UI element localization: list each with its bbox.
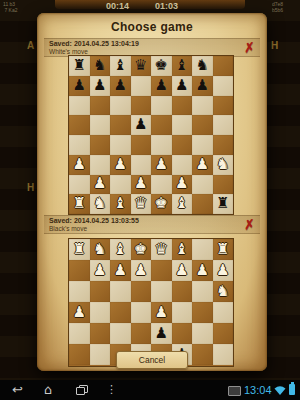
chess-piece: ♟: [172, 78, 193, 93]
board-cell: [131, 76, 152, 96]
board-cell: [110, 323, 131, 344]
board-cell: ♞: [90, 56, 111, 76]
board-cell: ♟: [151, 155, 172, 175]
background-letter-left-top: A: [27, 40, 34, 51]
board-cell: ♚: [131, 239, 152, 260]
menu-overflow-icon[interactable]: ⋮: [106, 383, 117, 397]
board-cell: [192, 344, 213, 365]
board-cell: [213, 302, 234, 323]
board-cell: ♟: [151, 302, 172, 323]
board-cell: [172, 135, 193, 155]
board-cell: [90, 115, 111, 135]
chess-piece: ♜: [69, 241, 90, 256]
background-movelist-right: d7e8 b5b6: [272, 1, 283, 13]
board-cell: ♝: [172, 56, 193, 76]
board-cell: ♟: [69, 155, 90, 175]
board-cell: ♞: [213, 155, 234, 175]
board-cell: [213, 76, 234, 96]
app-screen: 11 b3 7 Ka2 d7e8 b5b6 00:14 01:03 A H H …: [0, 0, 300, 400]
board-cell: ♞: [90, 239, 111, 260]
chess-piece: ♟: [110, 157, 131, 172]
chess-piece: ♟: [69, 78, 90, 93]
board-cell: ♟: [69, 302, 90, 323]
chess-piece: ♟: [192, 157, 213, 172]
background-clock-black: 01:03: [155, 1, 178, 11]
chess-piece: ♝: [110, 196, 131, 211]
chess-board-2[interactable]: ♜♞♝♚♛♝♜♟♟♟♟♟♟♞♟♟♟♟: [68, 238, 234, 367]
battery-icon: [289, 384, 295, 395]
chess-piece: ♟: [90, 78, 111, 93]
board-cell: [90, 281, 111, 302]
board-cell: [172, 115, 193, 135]
chess-piece: ♟: [69, 304, 90, 319]
board-cell: [151, 115, 172, 135]
board-cell: ♟: [192, 76, 213, 96]
board-cell: ♜: [213, 239, 234, 260]
board-cell: [69, 115, 90, 135]
board-cell: [172, 96, 193, 116]
board-cell: [151, 281, 172, 302]
board-cell: ♟: [131, 260, 152, 281]
chess-piece: ♜: [69, 58, 90, 73]
chess-piece: ♟: [69, 157, 90, 172]
chess-piece: ♝: [172, 196, 193, 211]
delete-save-1-icon[interactable]: ✗: [243, 40, 255, 54]
chess-piece: ♞: [213, 157, 234, 172]
board-cell: [213, 344, 234, 365]
board-cell: ♝: [110, 56, 131, 76]
board-cell: [151, 135, 172, 155]
board-cell: [90, 135, 111, 155]
board-cell: ♟: [90, 175, 111, 195]
chess-piece: ♜: [213, 241, 234, 256]
chess-piece: ♟: [151, 157, 172, 172]
board-cell: [172, 155, 193, 175]
board-cell: ♚: [151, 56, 172, 76]
chess-piece: ♟: [151, 325, 172, 340]
board-cell: [110, 96, 131, 116]
board-cell: ♝: [172, 239, 193, 260]
wifi-icon: [274, 385, 286, 395]
chess-piece: ♛: [131, 196, 152, 211]
chess-piece: ♟: [151, 304, 172, 319]
board-cell: [131, 281, 152, 302]
board-cell: [110, 281, 131, 302]
board-cell: [131, 323, 152, 344]
system-navigation-bar: ↩ ⌂ ⋮ 13:04: [0, 380, 300, 400]
back-icon[interactable]: ↩: [12, 382, 23, 397]
board-cell: [90, 344, 111, 365]
chess-piece: ♞: [192, 58, 213, 73]
board-cell: ♟: [172, 175, 193, 195]
board-cell: ♝: [110, 239, 131, 260]
board-cell: [192, 239, 213, 260]
board-cell: [192, 194, 213, 214]
chess-piece: ♞: [90, 196, 111, 211]
board-cell: ♞: [213, 281, 234, 302]
board-cell: [213, 115, 234, 135]
board-cell: [192, 302, 213, 323]
board-cell: [131, 302, 152, 323]
board-cell: [172, 281, 193, 302]
chess-piece: ♞: [90, 58, 111, 73]
chess-piece: ♝: [110, 241, 131, 256]
recents-icon[interactable]: [76, 385, 87, 394]
board-cell: [213, 175, 234, 195]
board-cell: ♚: [151, 194, 172, 214]
board-cell: ♟: [110, 155, 131, 175]
board-cell: [110, 135, 131, 155]
background-movelist-left: 11 b3 7 Ka2: [3, 1, 17, 13]
board-cell: [90, 302, 111, 323]
board-cell: [151, 175, 172, 195]
board-cell: [213, 56, 234, 76]
board-cell: [69, 344, 90, 365]
board-cell: [192, 135, 213, 155]
board-cell: ♟: [131, 175, 152, 195]
saved-game-2-header[interactable]: Saved: 2014.04.25 13:03:55 Black's move …: [44, 215, 260, 234]
board-cell: [213, 135, 234, 155]
board-cell: ♟: [90, 76, 111, 96]
chess-piece: ♟: [110, 262, 131, 277]
board-cell: ♞: [90, 194, 111, 214]
chess-piece: ♟: [172, 176, 193, 191]
cancel-button[interactable]: Cancel: [116, 351, 188, 369]
board-cell: ♟: [151, 76, 172, 96]
board-cell: ♝: [172, 194, 193, 214]
board-cell: ♜: [69, 239, 90, 260]
chess-piece: ♝: [172, 58, 193, 73]
board-cell: ♜: [213, 194, 234, 214]
board-cell: ♞: [192, 56, 213, 76]
chess-piece: ♟: [151, 78, 172, 93]
board-cell: [131, 96, 152, 116]
board-cell: [213, 96, 234, 116]
chess-piece: ♟: [131, 262, 152, 277]
board-cell: ♛: [131, 56, 152, 76]
board-cell: ♜: [69, 56, 90, 76]
background-letter-right-top: H: [271, 40, 278, 51]
board-cell: [192, 281, 213, 302]
board-cell: ♛: [131, 194, 152, 214]
board-cell: [131, 155, 152, 175]
chess-piece: ♟: [192, 78, 213, 93]
home-icon[interactable]: ⌂: [44, 382, 52, 397]
board-cell: [172, 323, 193, 344]
board-cell: [151, 96, 172, 116]
chess-piece: ♟: [192, 262, 213, 277]
board-cell: [69, 260, 90, 281]
board-cell: [110, 302, 131, 323]
board-cell: ♟: [110, 76, 131, 96]
board-cell: ♝: [110, 194, 131, 214]
chess-piece: ♚: [151, 58, 172, 73]
status-clock: 13:04: [244, 383, 272, 397]
board-cell: [192, 323, 213, 344]
chess-piece: ♜: [69, 196, 90, 211]
board-cell: [69, 281, 90, 302]
board-cell: ♟: [131, 115, 152, 135]
chess-piece: ♛: [131, 58, 152, 73]
board-cell: ♟: [110, 260, 131, 281]
board-cell: ♟: [192, 260, 213, 281]
chess-piece: ♝: [110, 58, 131, 73]
board-cell: ♜: [69, 194, 90, 214]
chess-piece: ♞: [213, 283, 234, 298]
board-cell: [90, 96, 111, 116]
chess-board-1[interactable]: ♜♞♝♛♚♝♞♟♟♟♟♟♟♟♟♟♟♟♞♟♟♟♜♞♝♛♚♝♜: [68, 55, 234, 215]
chess-piece: ♟: [90, 176, 111, 191]
board-cell: [69, 135, 90, 155]
chess-piece: ♟: [110, 78, 131, 93]
board-cell: [192, 175, 213, 195]
board-cell: [69, 96, 90, 116]
chess-piece: ♛: [151, 241, 172, 256]
background-clock-white: 00:14: [106, 1, 129, 11]
board-cell: [192, 96, 213, 116]
board-cell: ♟: [192, 155, 213, 175]
notification-thumbnail-icon: [228, 386, 241, 396]
saved-game-2-turn: Black's move: [44, 225, 260, 233]
board-cell: [192, 115, 213, 135]
board-cell: [131, 135, 152, 155]
board-cell: [213, 323, 234, 344]
saved-game-2-timestamp: Saved: 2014.04.25 13:03:55: [44, 216, 260, 225]
chess-piece: ♜: [213, 196, 234, 211]
chess-piece: ♟: [131, 176, 152, 191]
chess-piece: ♚: [131, 241, 152, 256]
background-letter-left-bottom: H: [27, 182, 34, 193]
board-cell: ♟: [172, 260, 193, 281]
chess-piece: ♚: [151, 196, 172, 211]
board-cell: [110, 115, 131, 135]
board-cell: ♛: [151, 239, 172, 260]
chess-piece: ♞: [90, 241, 111, 256]
board-cell: ♟: [69, 76, 90, 96]
board-cell: [151, 260, 172, 281]
chess-piece: ♟: [213, 262, 234, 277]
board-cell: [69, 175, 90, 195]
choose-game-dialog: Choose game Saved: 2014.04.25 13:04:19 W…: [37, 13, 267, 371]
board-cell: ♟: [172, 76, 193, 96]
chess-piece: ♟: [131, 117, 152, 132]
board-cell: [110, 175, 131, 195]
board-cell: [90, 155, 111, 175]
board-cell: ♟: [213, 260, 234, 281]
background-header-strip: [55, 0, 245, 9]
saved-game-1-timestamp: Saved: 2014.04.25 13:04:19: [44, 39, 260, 48]
chess-piece: ♟: [172, 262, 193, 277]
board-cell: [90, 323, 111, 344]
chess-piece: ♟: [90, 262, 111, 277]
dialog-title: Choose game: [37, 20, 267, 34]
board-cell: ♟: [151, 323, 172, 344]
delete-save-2-icon[interactable]: ✗: [243, 217, 255, 231]
chess-piece: ♝: [172, 241, 193, 256]
board-cell: [172, 302, 193, 323]
board-cell: ♟: [90, 260, 111, 281]
board-cell: [69, 323, 90, 344]
